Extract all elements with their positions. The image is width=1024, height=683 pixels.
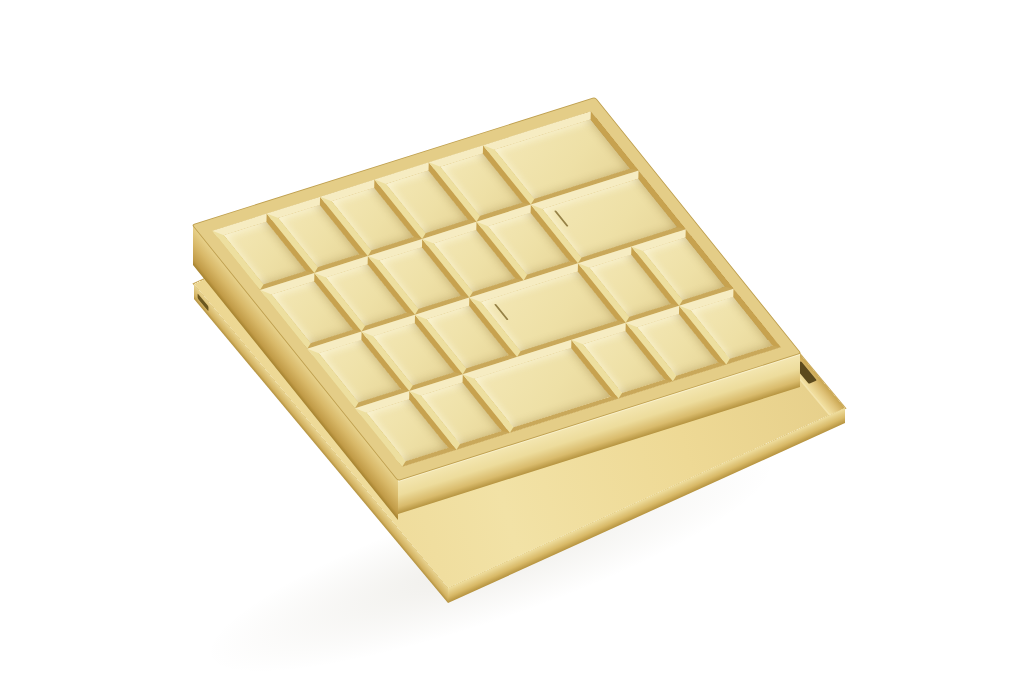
wood-grain-mark — [494, 304, 509, 321]
product-photo-scene — [0, 0, 1024, 683]
wood-grain-mark — [554, 210, 569, 227]
